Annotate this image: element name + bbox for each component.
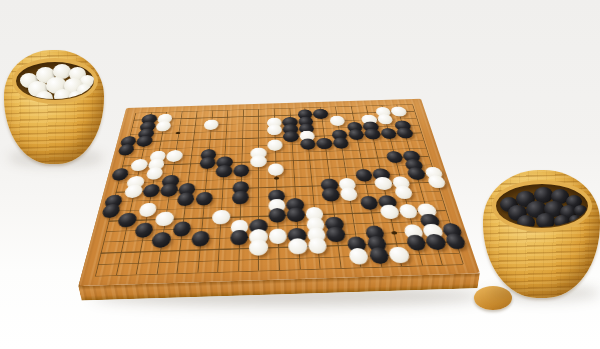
star-point: [176, 132, 181, 135]
white-stone: [155, 121, 172, 132]
black-stone: [536, 213, 555, 227]
white-stone: [212, 210, 230, 225]
black-stone: [231, 190, 248, 204]
black-stone: [396, 128, 414, 139]
black-stones-in-bowl: [494, 181, 588, 227]
board-front-edge: [78, 273, 479, 300]
white-stone: [288, 238, 308, 254]
black-stone: [347, 129, 364, 140]
black-stone-bowl: [483, 170, 600, 298]
black-stone: [405, 235, 428, 251]
photo-scene: [0, 0, 600, 349]
black-stone: [117, 144, 135, 156]
black-stone: [287, 208, 306, 223]
board-face: [78, 99, 479, 286]
black-stone: [368, 247, 390, 264]
black-stone: [160, 184, 179, 198]
black-stone: [380, 128, 398, 139]
black-stone: [101, 204, 122, 219]
white-stones-in-bowl: [14, 59, 94, 99]
black-stone: [110, 168, 129, 181]
black-stone: [313, 109, 329, 119]
grid-line-vertical: [238, 110, 244, 272]
black-stone: [230, 230, 249, 246]
white-stone: [390, 106, 407, 116]
white-stone: [376, 114, 393, 125]
go-board: [101, 23, 450, 334]
black-stone: [117, 213, 138, 228]
star-point: [391, 231, 397, 235]
black-stone: [332, 137, 349, 149]
white-stone-bowl: [4, 50, 104, 164]
black-stone: [326, 227, 346, 243]
white-stone: [416, 203, 438, 218]
black-stone: [364, 129, 382, 140]
white-stone: [398, 204, 419, 219]
white-stone: [329, 115, 345, 126]
black-stone: [425, 234, 448, 250]
black-stone: [444, 233, 468, 249]
white-stone: [166, 150, 184, 162]
